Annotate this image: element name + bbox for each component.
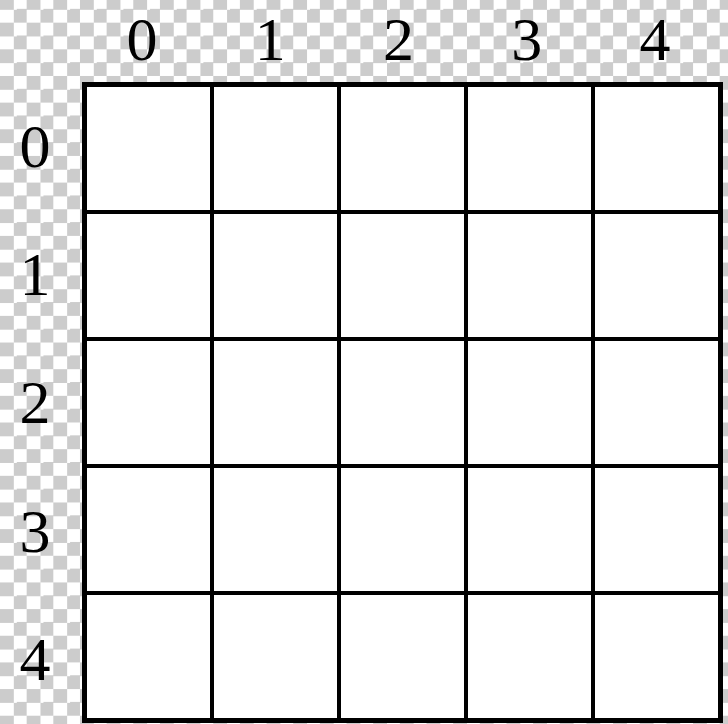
row-label-4: 4 xyxy=(0,595,76,723)
grid-cell[interactable] xyxy=(214,87,337,210)
diagram-stage: 0 1 2 3 4 0 1 2 3 4 xyxy=(0,0,728,724)
grid-cell[interactable] xyxy=(87,87,210,210)
grid-cell[interactable] xyxy=(87,468,210,591)
row-label-3: 3 xyxy=(0,467,76,595)
grid-cell[interactable] xyxy=(214,595,337,718)
column-labels: 0 1 2 3 4 xyxy=(82,0,723,82)
grid-cell[interactable] xyxy=(341,214,464,337)
row-labels: 0 1 2 3 4 xyxy=(0,82,82,723)
grid-cell[interactable] xyxy=(214,468,337,591)
col-label-3: 3 xyxy=(463,0,591,80)
grid-cell[interactable] xyxy=(341,468,464,591)
col-label-2: 2 xyxy=(334,0,462,80)
grid-cell[interactable] xyxy=(595,214,718,337)
grid-cell[interactable] xyxy=(341,87,464,210)
grid-cell[interactable] xyxy=(214,214,337,337)
grid-cell[interactable] xyxy=(468,341,591,464)
board xyxy=(82,82,723,723)
grid-cell[interactable] xyxy=(468,468,591,591)
grid-cell[interactable] xyxy=(341,595,464,718)
grid-cell[interactable] xyxy=(595,468,718,591)
grid-cell[interactable] xyxy=(468,214,591,337)
grid-cell[interactable] xyxy=(87,341,210,464)
grid-cell[interactable] xyxy=(595,341,718,464)
grid-cell[interactable] xyxy=(595,595,718,718)
grid-cell[interactable] xyxy=(341,341,464,464)
col-label-1: 1 xyxy=(206,0,334,80)
grid-cell[interactable] xyxy=(468,87,591,210)
grid-cell[interactable] xyxy=(87,595,210,718)
row-label-1: 1 xyxy=(0,210,76,338)
row-label-0: 0 xyxy=(0,82,76,210)
grid-cell[interactable] xyxy=(595,87,718,210)
grid-cell[interactable] xyxy=(87,214,210,337)
row-label-2: 2 xyxy=(0,338,76,466)
col-label-4: 4 xyxy=(591,0,719,80)
grid-cell[interactable] xyxy=(214,341,337,464)
col-label-0: 0 xyxy=(78,0,206,80)
grid-cell[interactable] xyxy=(468,595,591,718)
